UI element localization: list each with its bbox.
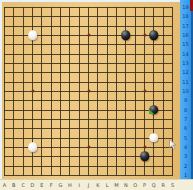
stone-white-Q5 [149, 133, 159, 143]
column-label-C: C [21, 183, 25, 188]
star-point [143, 34, 146, 37]
row-number-18: 18 [182, 14, 188, 19]
column-label-S: S [171, 183, 174, 188]
column-label-G: G [59, 183, 63, 188]
stone-white-D16 [28, 30, 38, 40]
stone-black-N16 [121, 30, 131, 40]
column-label-K: K [96, 183, 99, 188]
column-label-Q: Q [152, 183, 156, 188]
column-label-J: J [88, 183, 89, 188]
column-label-M: M [114, 183, 118, 188]
row-number-1: 1 [184, 173, 187, 178]
last-move-marker [149, 109, 154, 114]
column-label-P: P [143, 183, 146, 188]
star-point [143, 146, 146, 149]
row-number-15: 15 [182, 42, 188, 47]
row-number-10: 10 [182, 89, 188, 94]
row-number-14: 14 [182, 51, 188, 56]
column-label-I: I [78, 183, 79, 188]
column-label-O: O [133, 183, 137, 188]
row-number-11: 11 [182, 79, 188, 84]
column-label-A: A [3, 183, 6, 188]
column-label-H: H [68, 183, 72, 188]
column-labels-strip: ABCDEFGHIJKLMNOPQRS [0, 179, 193, 190]
column-label-D: D [31, 183, 35, 188]
row-number-6: 6 [184, 126, 187, 131]
mouse-cursor [169, 139, 177, 150]
row-number-2: 2 [184, 163, 187, 168]
row-number-17: 17 [182, 23, 188, 28]
column-label-R: R [161, 183, 164, 188]
row-number-7: 7 [184, 117, 187, 122]
go-board[interactable] [2, 2, 180, 179]
stone-white-D4 [28, 142, 38, 152]
row-number-12: 12 [182, 70, 188, 75]
row-number-16: 16 [182, 33, 188, 38]
column-label-L: L [106, 183, 109, 188]
column-label-F: F [50, 183, 53, 188]
column-label-E: E [40, 183, 43, 188]
row-number-3: 3 [184, 154, 187, 159]
row-number-4: 4 [184, 145, 187, 150]
star-point [143, 90, 146, 93]
star-point [31, 90, 34, 93]
star-point [87, 146, 90, 149]
star-point [87, 90, 90, 93]
column-label-N: N [124, 183, 128, 188]
row-number-19: 19 [182, 5, 188, 10]
row-number-9: 9 [184, 98, 187, 103]
stone-black-Q16 [149, 30, 159, 40]
stone-black-P3 [140, 152, 150, 162]
column-label-B: B [12, 183, 15, 188]
row-number-5: 5 [184, 135, 187, 140]
app-window: 19181716151413121110987654321 ABCDEFGHIJ… [0, 0, 193, 190]
row-number-13: 13 [182, 61, 188, 66]
star-point [87, 34, 90, 37]
row-numbers-strip: 19181716151413121110987654321 [180, 0, 191, 179]
row-number-8: 8 [184, 107, 187, 112]
window-right-edge [191, 0, 193, 179]
corner-red-fragment [190, 0, 193, 11]
